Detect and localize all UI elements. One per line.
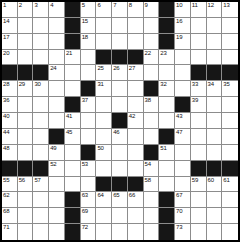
black-cell — [65, 192, 81, 208]
white-cell[interactable] — [65, 145, 81, 161]
white-cell[interactable] — [159, 65, 175, 81]
white-cell[interactable] — [191, 34, 207, 50]
white-cell[interactable] — [49, 18, 65, 34]
white-cell[interactable] — [33, 145, 49, 161]
clue-number: 21 — [66, 50, 72, 57]
white-cell[interactable] — [128, 145, 144, 161]
clue-number: 7 — [113, 2, 116, 9]
white-cell[interactable]: 29 — [18, 81, 34, 97]
white-cell[interactable] — [222, 145, 238, 161]
white-cell[interactable] — [18, 145, 34, 161]
white-cell[interactable]: 9 — [144, 2, 160, 18]
clue-number: 65 — [113, 192, 119, 199]
white-cell[interactable]: 50 — [96, 145, 112, 161]
white-cell[interactable] — [112, 97, 128, 113]
white-cell[interactable]: 28 — [2, 81, 18, 97]
white-cell[interactable]: 53 — [81, 161, 97, 177]
white-cell[interactable] — [33, 113, 49, 129]
white-cell[interactable] — [222, 224, 238, 240]
white-cell[interactable] — [144, 65, 160, 81]
white-cell[interactable] — [207, 224, 223, 240]
white-cell[interactable] — [207, 34, 223, 50]
white-cell[interactable] — [18, 97, 34, 113]
white-cell[interactable] — [191, 192, 207, 208]
white-cell[interactable] — [49, 113, 65, 129]
white-cell[interactable] — [207, 18, 223, 34]
white-cell[interactable] — [96, 224, 112, 240]
clue-number: 16 — [176, 18, 182, 25]
white-cell[interactable]: 66 — [128, 192, 144, 208]
white-cell[interactable]: 26 — [112, 65, 128, 81]
white-cell[interactable] — [128, 18, 144, 34]
white-cell[interactable] — [112, 81, 128, 97]
white-cell[interactable] — [81, 113, 97, 129]
white-cell[interactable] — [49, 208, 65, 224]
clue-number: 22 — [145, 50, 151, 57]
clue-number: 38 — [145, 97, 151, 104]
clue-number: 66 — [129, 192, 135, 199]
clue-number: 33 — [192, 81, 198, 88]
clue-number: 1 — [3, 2, 6, 9]
clue-number: 9 — [145, 2, 148, 9]
white-cell[interactable] — [175, 145, 191, 161]
clue-number: 37 — [82, 97, 88, 104]
white-cell[interactable] — [49, 97, 65, 113]
white-cell[interactable]: 16 — [175, 18, 191, 34]
black-cell — [65, 34, 81, 50]
white-cell[interactable] — [222, 192, 238, 208]
white-cell[interactable] — [112, 208, 128, 224]
white-cell[interactable] — [144, 113, 160, 129]
white-cell[interactable] — [191, 18, 207, 34]
white-cell[interactable] — [175, 81, 191, 97]
clue-number: 49 — [50, 145, 56, 152]
clue-number: 56 — [19, 177, 25, 184]
white-cell[interactable]: 51 — [159, 145, 175, 161]
white-cell[interactable]: 27 — [128, 65, 144, 81]
white-cell[interactable]: 4 — [49, 2, 65, 18]
white-cell[interactable] — [222, 97, 238, 113]
black-cell — [81, 145, 97, 161]
clue-number: 61 — [223, 177, 229, 184]
white-cell[interactable] — [81, 50, 97, 66]
white-cell[interactable] — [18, 18, 34, 34]
white-cell[interactable] — [49, 192, 65, 208]
white-cell[interactable] — [128, 161, 144, 177]
black-cell — [18, 161, 34, 177]
white-cell[interactable] — [222, 18, 238, 34]
clue-number: 72 — [82, 224, 88, 231]
black-cell — [144, 145, 160, 161]
black-cell — [222, 65, 238, 81]
clue-number: 34 — [208, 81, 214, 88]
white-cell[interactable] — [128, 34, 144, 50]
white-cell[interactable] — [112, 224, 128, 240]
white-cell[interactable] — [49, 81, 65, 97]
white-cell[interactable]: 67 — [175, 192, 191, 208]
clue-number: 14 — [3, 18, 9, 25]
white-cell[interactable]: 44 — [2, 129, 18, 145]
white-cell[interactable] — [191, 145, 207, 161]
clue-number: 26 — [113, 65, 119, 72]
white-cell[interactable]: 55 — [2, 177, 18, 193]
white-cell[interactable] — [112, 18, 128, 34]
white-cell[interactable]: 64 — [96, 192, 112, 208]
clue-number: 50 — [97, 145, 103, 152]
white-cell[interactable]: 14 — [2, 18, 18, 34]
clue-number: 67 — [176, 192, 182, 199]
white-cell[interactable] — [222, 34, 238, 50]
clue-number: 13 — [223, 2, 229, 9]
white-cell[interactable]: 47 — [175, 129, 191, 145]
white-cell[interactable] — [18, 208, 34, 224]
white-cell[interactable]: 60 — [207, 177, 223, 193]
white-cell[interactable] — [128, 208, 144, 224]
black-cell — [65, 208, 81, 224]
clue-number: 39 — [192, 97, 198, 104]
white-cell[interactable] — [128, 129, 144, 145]
clue-number: 8 — [129, 2, 132, 9]
clue-number: 5 — [82, 2, 85, 9]
white-cell[interactable]: 30 — [33, 81, 49, 97]
white-cell[interactable] — [191, 208, 207, 224]
white-cell[interactable] — [18, 129, 34, 145]
black-cell — [2, 161, 18, 177]
white-cell[interactable]: 56 — [18, 177, 34, 193]
black-cell — [65, 2, 81, 18]
clue-number: 3 — [34, 2, 37, 9]
white-cell[interactable]: 69 — [81, 208, 97, 224]
white-cell[interactable] — [96, 34, 112, 50]
clue-number: 40 — [3, 113, 9, 120]
clue-number: 47 — [176, 129, 182, 136]
white-cell[interactable]: 12 — [207, 2, 223, 18]
white-cell[interactable] — [191, 129, 207, 145]
white-cell[interactable] — [159, 177, 175, 193]
white-cell[interactable] — [144, 18, 160, 34]
clue-number: 64 — [97, 192, 103, 199]
white-cell[interactable]: 8 — [128, 2, 144, 18]
white-cell[interactable]: 13 — [222, 2, 238, 18]
white-cell[interactable]: 22 — [144, 50, 160, 66]
black-cell — [33, 65, 49, 81]
white-cell[interactable]: 31 — [96, 81, 112, 97]
white-cell[interactable] — [18, 113, 34, 129]
white-cell[interactable]: 2 — [18, 2, 34, 18]
black-cell — [159, 18, 175, 34]
white-cell[interactable] — [65, 177, 81, 193]
clue-number: 19 — [176, 34, 182, 41]
black-cell — [2, 65, 18, 81]
white-cell[interactable]: 48 — [2, 145, 18, 161]
white-cell[interactable]: 21 — [65, 50, 81, 66]
clue-number: 48 — [3, 145, 9, 152]
black-cell — [96, 177, 112, 193]
white-cell[interactable]: 35 — [222, 81, 238, 97]
white-cell[interactable] — [175, 65, 191, 81]
white-cell[interactable]: 62 — [2, 192, 18, 208]
clue-number: 23 — [160, 50, 166, 57]
clue-number: 20 — [3, 50, 9, 57]
clue-number: 54 — [145, 161, 151, 168]
white-cell[interactable] — [33, 192, 49, 208]
black-cell — [159, 2, 175, 18]
clue-number: 10 — [176, 2, 182, 9]
white-cell[interactable]: 17 — [2, 34, 18, 50]
white-cell[interactable] — [222, 113, 238, 129]
black-cell — [207, 65, 223, 81]
clue-number: 69 — [82, 208, 88, 215]
white-cell[interactable]: 54 — [144, 161, 160, 177]
black-cell — [112, 113, 128, 129]
white-cell[interactable]: 40 — [2, 113, 18, 129]
clue-number: 28 — [3, 81, 9, 88]
white-cell[interactable]: 37 — [81, 97, 97, 113]
white-cell[interactable] — [33, 34, 49, 50]
clue-number: 15 — [82, 18, 88, 25]
clue-number: 52 — [50, 161, 56, 168]
black-cell — [65, 97, 81, 113]
white-cell[interactable] — [96, 208, 112, 224]
white-cell[interactable]: 71 — [2, 224, 18, 240]
black-cell — [144, 81, 160, 97]
white-cell[interactable] — [49, 224, 65, 240]
black-cell — [159, 129, 175, 145]
black-cell — [112, 50, 128, 66]
black-cell — [159, 34, 175, 50]
white-cell[interactable]: 57 — [33, 177, 49, 193]
white-cell[interactable] — [81, 177, 97, 193]
white-cell[interactable]: 73 — [175, 224, 191, 240]
white-cell[interactable] — [65, 161, 81, 177]
clue-number: 12 — [208, 2, 214, 9]
white-cell[interactable] — [96, 18, 112, 34]
white-cell[interactable]: 23 — [159, 50, 175, 66]
black-cell — [207, 161, 223, 177]
white-cell[interactable] — [18, 192, 34, 208]
black-cell — [175, 97, 191, 113]
clue-number: 46 — [113, 129, 119, 136]
white-cell[interactable]: 24 — [49, 65, 65, 81]
crossword-grid: 1234567891011121314151617181920212223242… — [0, 0, 240, 242]
clue-number: 59 — [192, 177, 198, 184]
clue-number: 73 — [176, 224, 182, 231]
white-cell[interactable] — [175, 177, 191, 193]
white-cell[interactable]: 19 — [175, 34, 191, 50]
clue-number: 71 — [3, 224, 9, 231]
clue-number: 11 — [192, 2, 198, 9]
black-cell — [18, 65, 34, 81]
white-cell[interactable]: 15 — [81, 18, 97, 34]
white-cell[interactable] — [65, 81, 81, 97]
white-cell[interactable] — [175, 50, 191, 66]
clue-number: 29 — [19, 81, 25, 88]
white-cell[interactable] — [159, 113, 175, 129]
black-cell — [191, 161, 207, 177]
black-cell — [159, 192, 175, 208]
white-cell[interactable]: 7 — [112, 2, 128, 18]
white-cell[interactable] — [222, 50, 238, 66]
black-cell — [81, 81, 97, 97]
white-cell[interactable] — [128, 97, 144, 113]
white-cell[interactable]: 72 — [81, 224, 97, 240]
clue-number: 36 — [3, 97, 9, 104]
white-cell[interactable]: 5 — [81, 2, 97, 18]
white-cell[interactable]: 6 — [96, 2, 112, 18]
black-cell — [191, 65, 207, 81]
black-cell — [159, 208, 175, 224]
white-cell[interactable]: 41 — [65, 113, 81, 129]
white-cell[interactable]: 63 — [81, 192, 97, 208]
white-cell[interactable] — [81, 129, 97, 145]
clue-number: 25 — [97, 65, 103, 72]
white-cell[interactable] — [222, 129, 238, 145]
clue-number: 62 — [3, 192, 9, 199]
black-cell — [222, 161, 238, 177]
white-cell[interactable] — [144, 129, 160, 145]
white-cell[interactable] — [159, 161, 175, 177]
white-cell[interactable] — [33, 50, 49, 66]
clue-number: 30 — [34, 81, 40, 88]
black-cell — [96, 50, 112, 66]
white-cell[interactable]: 38 — [144, 97, 160, 113]
clue-number: 35 — [223, 81, 229, 88]
white-cell[interactable]: 58 — [144, 177, 160, 193]
white-cell[interactable] — [49, 177, 65, 193]
clue-number: 27 — [129, 65, 135, 72]
white-cell[interactable]: 18 — [81, 34, 97, 50]
white-cell[interactable]: 11 — [191, 2, 207, 18]
clue-number: 2 — [19, 2, 22, 9]
clue-number: 57 — [34, 177, 40, 184]
white-cell[interactable]: 43 — [175, 113, 191, 129]
white-cell[interactable] — [18, 34, 34, 50]
clue-number: 31 — [97, 81, 103, 88]
white-cell[interactable]: 1 — [2, 2, 18, 18]
white-cell[interactable]: 68 — [2, 208, 18, 224]
white-cell[interactable] — [207, 129, 223, 145]
black-cell — [112, 177, 128, 193]
clue-number: 63 — [82, 192, 88, 199]
black-cell — [159, 224, 175, 240]
white-cell[interactable] — [207, 145, 223, 161]
white-cell[interactable] — [33, 224, 49, 240]
clue-number: 51 — [160, 145, 166, 152]
white-cell[interactable]: 33 — [191, 81, 207, 97]
white-cell[interactable]: 70 — [175, 208, 191, 224]
white-cell[interactable] — [207, 192, 223, 208]
clue-number: 45 — [66, 129, 72, 136]
clue-number: 32 — [160, 81, 166, 88]
clue-number: 17 — [3, 34, 9, 41]
white-cell[interactable] — [144, 224, 160, 240]
white-cell[interactable] — [207, 113, 223, 129]
white-cell[interactable]: 10 — [175, 2, 191, 18]
white-cell[interactable] — [144, 208, 160, 224]
clue-number: 53 — [82, 161, 88, 168]
clue-number: 70 — [176, 208, 182, 215]
white-cell[interactable] — [112, 161, 128, 177]
white-cell[interactable]: 39 — [191, 97, 207, 113]
white-cell[interactable] — [18, 50, 34, 66]
white-cell[interactable] — [175, 161, 191, 177]
white-cell[interactable]: 61 — [222, 177, 238, 193]
white-cell[interactable] — [33, 18, 49, 34]
clue-number: 4 — [50, 2, 53, 9]
white-cell[interactable]: 59 — [191, 177, 207, 193]
black-cell — [128, 177, 144, 193]
black-cell — [33, 161, 49, 177]
white-cell[interactable] — [112, 145, 128, 161]
clue-number: 43 — [176, 113, 182, 120]
clue-number: 6 — [97, 2, 100, 9]
white-cell[interactable]: 3 — [33, 2, 49, 18]
clue-number: 18 — [82, 34, 88, 41]
white-cell[interactable]: 52 — [49, 161, 65, 177]
black-cell — [65, 18, 81, 34]
white-cell[interactable] — [159, 97, 175, 113]
clue-number: 60 — [208, 177, 214, 184]
white-cell[interactable] — [191, 50, 207, 66]
white-cell[interactable] — [65, 65, 81, 81]
clue-number: 68 — [3, 208, 9, 215]
clue-number: 42 — [129, 113, 135, 120]
white-cell[interactable] — [49, 50, 65, 66]
white-cell[interactable] — [112, 34, 128, 50]
white-cell[interactable]: 45 — [65, 129, 81, 145]
white-cell[interactable]: 49 — [49, 145, 65, 161]
white-cell[interactable]: 34 — [207, 81, 223, 97]
white-cell[interactable] — [96, 161, 112, 177]
white-cell[interactable] — [128, 224, 144, 240]
white-cell[interactable] — [81, 65, 97, 81]
white-cell[interactable] — [96, 113, 112, 129]
white-cell[interactable] — [18, 224, 34, 240]
white-cell[interactable] — [33, 97, 49, 113]
clue-number: 24 — [50, 65, 56, 72]
white-cell[interactable] — [33, 129, 49, 145]
white-cell[interactable] — [191, 224, 207, 240]
white-cell[interactable] — [207, 208, 223, 224]
clue-number: 41 — [66, 113, 72, 120]
white-cell[interactable]: 46 — [112, 129, 128, 145]
white-cell[interactable]: 20 — [2, 50, 18, 66]
white-cell[interactable] — [33, 208, 49, 224]
white-cell[interactable]: 25 — [96, 65, 112, 81]
white-cell[interactable]: 42 — [128, 113, 144, 129]
white-cell[interactable] — [144, 192, 160, 208]
clue-number: 44 — [3, 129, 9, 136]
white-cell[interactable] — [128, 81, 144, 97]
white-cell[interactable] — [96, 129, 112, 145]
white-cell[interactable] — [222, 208, 238, 224]
white-cell[interactable] — [96, 97, 112, 113]
white-cell[interactable]: 32 — [159, 81, 175, 97]
white-cell[interactable] — [191, 113, 207, 129]
white-cell[interactable] — [207, 97, 223, 113]
black-cell — [128, 50, 144, 66]
white-cell[interactable] — [49, 34, 65, 50]
black-cell — [49, 129, 65, 145]
white-cell[interactable]: 36 — [2, 97, 18, 113]
white-cell[interactable]: 65 — [112, 192, 128, 208]
white-cell[interactable] — [144, 34, 160, 50]
clue-number: 58 — [145, 177, 151, 184]
black-cell — [65, 224, 81, 240]
white-cell[interactable] — [207, 50, 223, 66]
clue-number: 55 — [3, 177, 9, 184]
